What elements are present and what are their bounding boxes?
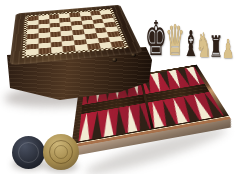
chess-piece-light-pawn: ♟ — [222, 36, 234, 62]
backgammon-point — [124, 105, 139, 133]
chess-piece-dark-king: ♚ — [145, 14, 167, 62]
backgammon-point — [103, 108, 115, 137]
chess-square — [63, 45, 76, 52]
chess-piece-dark-rook: ♜ — [209, 32, 223, 62]
chess-square — [50, 46, 63, 53]
backgammon-point — [91, 110, 103, 139]
clasp-icon — [112, 58, 117, 62]
chess-square — [38, 48, 51, 55]
chess-square — [111, 41, 125, 47]
chess-square — [26, 49, 39, 56]
checker-inlay-border — [22, 8, 129, 58]
chess-grid — [26, 10, 125, 56]
backgammon-point — [113, 107, 127, 135]
dark-checker — [12, 136, 45, 169]
product-photo-stage: ♚♛♝♞♜♟ — [0, 0, 235, 174]
backgammon-point — [78, 112, 92, 141]
light-checker — [43, 134, 79, 170]
